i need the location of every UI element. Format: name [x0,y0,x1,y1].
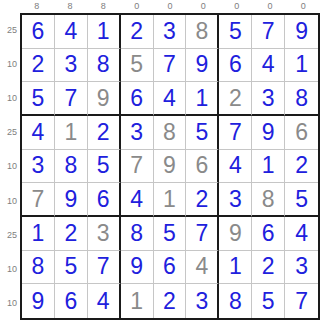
cell-value: 8 [32,255,45,278]
cell-r2c9[interactable]: 1 [285,49,318,83]
cell-value: 6 [97,188,110,211]
cell-r4c4[interactable]: 3 [121,116,154,150]
cell-value: 2 [130,20,143,43]
cell-r9c5[interactable]: 2 [154,284,187,318]
column-label-1: 8 [20,0,53,13]
cell-value: 1 [262,154,275,177]
cell-r8c3[interactable]: 7 [88,251,121,285]
cell-r2c7[interactable]: 6 [219,49,252,83]
cell-value: 2 [32,53,45,76]
cell-value: 1 [163,188,176,211]
cell-value: 6 [64,290,77,313]
cell-r3c9[interactable]: 8 [285,82,318,116]
cell-r3c4[interactable]: 6 [121,82,154,116]
cell-value: 6 [229,53,242,76]
cell-value: 8 [163,121,176,144]
cell-value: 3 [130,121,143,144]
cell-r1c2[interactable]: 4 [55,15,88,49]
cell-value: 8 [262,188,275,211]
cell-r5c4[interactable]: 7 [121,150,154,184]
cell-r2c8[interactable]: 4 [252,49,285,83]
cell-value: 5 [163,222,176,245]
column-label-5: 0 [153,0,186,13]
cell-value: 7 [163,53,176,76]
sudoku-page: 888000000 251010251010251010 64123857923… [0,0,320,320]
row-label-9: 10 [0,286,19,320]
row-label-8: 10 [0,252,19,286]
cell-r5c2[interactable]: 8 [55,150,88,184]
cell-value: 8 [97,53,110,76]
cell-r2c1[interactable]: 2 [22,49,55,83]
cell-value: 7 [295,290,308,313]
row-label-2: 10 [0,47,19,81]
cell-r1c1[interactable]: 6 [22,15,55,49]
cell-r9c2[interactable]: 6 [55,284,88,318]
cell-r4c5[interactable]: 8 [154,116,187,150]
cell-value: 7 [64,87,77,110]
cell-r3c5[interactable]: 4 [154,82,187,116]
column-label-8: 0 [253,0,286,13]
cell-value: 3 [97,222,110,245]
cell-value: 1 [295,53,308,76]
cell-value: 8 [195,20,208,43]
row-label-7: 25 [0,218,19,252]
sudoku-board: 6412385792385796415796412384123857963857… [20,13,320,320]
cell-r2c5[interactable]: 7 [154,49,187,83]
cell-value: 4 [130,188,143,211]
cell-value: 8 [130,222,143,245]
cell-r1c7[interactable]: 5 [219,15,252,49]
cell-value: 4 [295,222,308,245]
cell-r7c3[interactable]: 3 [88,217,121,251]
cell-r4c2[interactable]: 1 [55,116,88,150]
cell-r4c9[interactable]: 6 [285,116,318,150]
cell-r1c8[interactable]: 7 [252,15,285,49]
cell-r3c7[interactable]: 2 [219,82,252,116]
cell-value: 5 [32,87,45,110]
row-label-6: 10 [0,184,19,218]
cell-r2c3[interactable]: 8 [88,49,121,83]
cell-value: 6 [295,121,308,144]
row-label-4: 25 [0,115,19,149]
cell-r6c3[interactable]: 6 [88,183,121,217]
cell-value: 6 [163,255,176,278]
cell-r6c8[interactable]: 8 [252,183,285,217]
cell-value: 4 [32,121,45,144]
cell-r3c8[interactable]: 3 [252,82,285,116]
cell-r3c3[interactable]: 9 [88,82,121,116]
cell-r8c1[interactable]: 8 [22,251,55,285]
cell-value: 5 [97,154,110,177]
cell-r7c8[interactable]: 6 [252,217,285,251]
cell-r7c7[interactable]: 9 [219,217,252,251]
cell-value: 9 [32,290,45,313]
cell-value: 3 [32,154,45,177]
cell-r3c1[interactable]: 5 [22,82,55,116]
cell-r6c1[interactable]: 7 [22,183,55,217]
cell-value: 8 [229,290,242,313]
cell-value: 6 [32,20,45,43]
cell-r8c8[interactable]: 2 [252,251,285,285]
cell-value: 5 [195,121,208,144]
cell-value: 1 [195,87,208,110]
cell-r2c2[interactable]: 3 [55,49,88,83]
cell-r8c7[interactable]: 1 [219,251,252,285]
cell-r5c8[interactable]: 1 [252,150,285,184]
cell-r6c7[interactable]: 3 [219,183,252,217]
cell-value: 4 [229,154,242,177]
cell-r4c6[interactable]: 5 [186,116,219,150]
row-label-1: 25 [0,13,19,47]
cell-value: 7 [130,154,143,177]
column-label-2: 8 [53,0,86,13]
cell-r8c5[interactable]: 6 [154,251,187,285]
cell-value: 4 [195,255,208,278]
cell-value: 1 [229,255,242,278]
cell-value: 3 [163,20,176,43]
cell-r9c8[interactable]: 5 [252,284,285,318]
cell-r7c9[interactable]: 4 [285,217,318,251]
cell-r7c6[interactable]: 7 [186,217,219,251]
cell-value: 4 [262,53,275,76]
cell-value: 7 [32,188,45,211]
column-label-3: 8 [87,0,120,13]
cell-value: 2 [262,255,275,278]
cell-value: 9 [229,222,242,245]
column-labels: 888000000 [20,0,320,13]
cell-value: 6 [262,222,275,245]
cell-r3c2[interactable]: 7 [55,82,88,116]
cell-value: 3 [64,53,77,76]
cell-r6c5[interactable]: 1 [154,183,187,217]
cell-r4c7[interactable]: 7 [219,116,252,150]
cell-r8c2[interactable]: 5 [55,251,88,285]
cell-r9c7[interactable]: 8 [219,284,252,318]
cell-r1c5[interactable]: 3 [154,15,187,49]
cell-r1c4[interactable]: 2 [121,15,154,49]
cell-value: 2 [195,188,208,211]
cell-r6c6[interactable]: 2 [186,183,219,217]
cell-value: 6 [195,154,208,177]
cell-value: 5 [295,188,308,211]
cell-r5c3[interactable]: 5 [88,150,121,184]
cell-value: 5 [130,53,143,76]
cell-value: 7 [262,20,275,43]
cell-r7c5[interactable]: 5 [154,217,187,251]
cell-r7c4[interactable]: 8 [121,217,154,251]
cell-value: 9 [195,53,208,76]
column-label-9: 0 [287,0,320,13]
cell-r4c8[interactable]: 9 [252,116,285,150]
cell-value: 5 [262,290,275,313]
cell-r5c1[interactable]: 3 [22,150,55,184]
cell-r2c6[interactable]: 9 [186,49,219,83]
cell-value: 2 [64,222,77,245]
cell-value: 5 [64,255,77,278]
cell-r4c3[interactable]: 2 [88,116,121,150]
cell-value: 2 [229,87,242,110]
cell-value: 9 [130,255,143,278]
cell-value: 5 [229,20,242,43]
cell-r5c6[interactable]: 6 [186,150,219,184]
cell-r5c7[interactable]: 4 [219,150,252,184]
cell-r2c4[interactable]: 5 [121,49,154,83]
cell-value: 9 [64,188,77,211]
cell-value: 9 [97,87,110,110]
cell-value: 7 [97,255,110,278]
cell-value: 2 [97,121,110,144]
cell-value: 4 [64,20,77,43]
cell-r8c9[interactable]: 3 [285,251,318,285]
cell-value: 1 [130,290,143,313]
cell-value: 4 [163,87,176,110]
cell-r5c5[interactable]: 9 [154,150,187,184]
cell-r7c2[interactable]: 2 [55,217,88,251]
cell-value: 2 [163,290,176,313]
cell-value: 7 [229,121,242,144]
cell-r3c6[interactable]: 1 [186,82,219,116]
row-label-3: 10 [0,81,19,115]
cell-r9c6[interactable]: 3 [186,284,219,318]
cell-r9c9[interactable]: 7 [285,284,318,318]
cell-r6c2[interactable]: 9 [55,183,88,217]
cell-r9c1[interactable]: 9 [22,284,55,318]
cell-value: 4 [97,290,110,313]
cell-r8c6[interactable]: 4 [186,251,219,285]
cell-r7c1[interactable]: 1 [22,217,55,251]
cell-value: 1 [97,20,110,43]
cell-value: 6 [130,87,143,110]
cell-value: 3 [295,255,308,278]
column-label-7: 0 [220,0,253,13]
cell-value: 8 [64,154,77,177]
cell-r6c4[interactable]: 4 [121,183,154,217]
cell-r1c6[interactable]: 8 [186,15,219,49]
cell-r5c9[interactable]: 2 [285,150,318,184]
cell-r6c9[interactable]: 5 [285,183,318,217]
cell-r1c3[interactable]: 1 [88,15,121,49]
cell-value: 1 [32,222,45,245]
cell-r9c4[interactable]: 1 [121,284,154,318]
cell-value: 8 [295,87,308,110]
cell-value: 2 [295,154,308,177]
cell-value: 9 [295,20,308,43]
column-label-4: 0 [120,0,153,13]
cell-value: 9 [163,154,176,177]
cell-value: 3 [229,188,242,211]
cell-r4c1[interactable]: 4 [22,116,55,150]
cell-r1c9[interactable]: 9 [285,15,318,49]
cell-value: 9 [262,121,275,144]
column-label-6: 0 [187,0,220,13]
cell-value: 7 [195,222,208,245]
cell-value: 3 [195,290,208,313]
row-labels: 251010251010251010 [0,13,19,320]
row-label-5: 10 [0,149,19,183]
cell-value: 1 [64,121,77,144]
cell-value: 3 [262,87,275,110]
cell-r9c3[interactable]: 4 [88,284,121,318]
cell-r8c4[interactable]: 9 [121,251,154,285]
